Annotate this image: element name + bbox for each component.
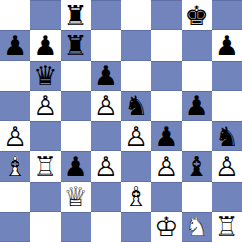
- white-queen[interactable]: ♛♕: [61, 182, 91, 212]
- square-a5[interactable]: [0, 91, 30, 121]
- black-knight[interactable]: ♞: [121, 91, 151, 121]
- black-queen[interactable]: ♛: [30, 61, 60, 91]
- square-g4[interactable]: [182, 121, 212, 151]
- square-f6[interactable]: [151, 61, 181, 91]
- square-b1[interactable]: [30, 212, 60, 242]
- square-h4[interactable]: ♞: [212, 121, 242, 151]
- square-c6[interactable]: [61, 61, 91, 91]
- square-b5[interactable]: ♟♙: [30, 91, 60, 121]
- square-c5[interactable]: [61, 91, 91, 121]
- square-a8[interactable]: [0, 0, 30, 30]
- square-d8[interactable]: [91, 0, 121, 30]
- square-b6[interactable]: ♛: [30, 61, 60, 91]
- black-knight[interactable]: ♞: [212, 121, 242, 151]
- white-king[interactable]: ♚♔: [151, 212, 181, 242]
- black-rook[interactable]: ♜: [61, 0, 91, 30]
- square-d5[interactable]: ♟♙: [91, 91, 121, 121]
- black-king[interactable]: ♚: [182, 0, 212, 30]
- square-f2[interactable]: [151, 182, 181, 212]
- square-g3[interactable]: ♝: [182, 151, 212, 181]
- black-pawn[interactable]: ♟: [91, 61, 121, 91]
- square-e5[interactable]: ♞: [121, 91, 151, 121]
- square-d7[interactable]: [91, 30, 121, 60]
- square-a7[interactable]: ♟: [0, 30, 30, 60]
- square-c2[interactable]: ♛♕: [61, 182, 91, 212]
- square-c8[interactable]: ♜: [61, 0, 91, 30]
- square-g5[interactable]: ♟: [182, 91, 212, 121]
- square-b8[interactable]: [30, 0, 60, 30]
- white-pawn[interactable]: ♟♙: [151, 151, 181, 181]
- square-f5[interactable]: [151, 91, 181, 121]
- square-e7[interactable]: [121, 30, 151, 60]
- square-h2[interactable]: [212, 182, 242, 212]
- square-g8[interactable]: ♚: [182, 0, 212, 30]
- square-b4[interactable]: [30, 121, 60, 151]
- square-g1[interactable]: ♞♘: [182, 212, 212, 242]
- square-g2[interactable]: [182, 182, 212, 212]
- square-e3[interactable]: [121, 151, 151, 181]
- white-bishop[interactable]: ♝♗: [121, 182, 151, 212]
- square-d3[interactable]: ♟♙: [91, 151, 121, 181]
- square-e4[interactable]: ♟♙: [121, 121, 151, 151]
- square-g7[interactable]: [182, 30, 212, 60]
- chess-board: ♜♚♟♟♜♟♛♟♟♙♟♙♞♟♟♙♟♙♟♞♝♗♜♖♟♟♙♟♙♝♟♙♛♕♝♗♚♔♞♘…: [0, 0, 242, 242]
- square-a4[interactable]: ♟♙: [0, 121, 30, 151]
- square-f1[interactable]: ♚♔: [151, 212, 181, 242]
- black-pawn[interactable]: ♟: [212, 30, 242, 60]
- square-e1[interactable]: [121, 212, 151, 242]
- white-pawn[interactable]: ♟♙: [0, 121, 30, 151]
- white-pawn[interactable]: ♟♙: [30, 91, 60, 121]
- square-d6[interactable]: ♟: [91, 61, 121, 91]
- square-d4[interactable]: [91, 121, 121, 151]
- black-bishop[interactable]: ♝: [182, 151, 212, 181]
- square-h1[interactable]: ♜♖: [212, 212, 242, 242]
- white-pawn[interactable]: ♟♙: [212, 151, 242, 181]
- square-a6[interactable]: [0, 61, 30, 91]
- square-c3[interactable]: ♟: [61, 151, 91, 181]
- square-d2[interactable]: [91, 182, 121, 212]
- white-rook[interactable]: ♜♖: [212, 212, 242, 242]
- black-rook[interactable]: ♜: [61, 30, 91, 60]
- square-c4[interactable]: [61, 121, 91, 151]
- white-rook[interactable]: ♜♖: [30, 151, 60, 181]
- square-b3[interactable]: ♜♖: [30, 151, 60, 181]
- square-f7[interactable]: [151, 30, 181, 60]
- square-h6[interactable]: [212, 61, 242, 91]
- white-pawn[interactable]: ♟♙: [91, 151, 121, 181]
- square-h3[interactable]: ♟♙: [212, 151, 242, 181]
- square-h5[interactable]: [212, 91, 242, 121]
- square-c1[interactable]: [61, 212, 91, 242]
- square-b2[interactable]: [30, 182, 60, 212]
- black-pawn[interactable]: ♟: [61, 151, 91, 181]
- square-f8[interactable]: [151, 0, 181, 30]
- square-a2[interactable]: [0, 182, 30, 212]
- black-pawn[interactable]: ♟: [182, 91, 212, 121]
- square-d1[interactable]: [91, 212, 121, 242]
- white-bishop[interactable]: ♝♗: [0, 151, 30, 181]
- square-f3[interactable]: ♟♙: [151, 151, 181, 181]
- black-pawn[interactable]: ♟: [151, 121, 181, 151]
- square-e2[interactable]: ♝♗: [121, 182, 151, 212]
- square-f4[interactable]: ♟: [151, 121, 181, 151]
- square-a1[interactable]: [0, 212, 30, 242]
- square-a3[interactable]: ♝♗: [0, 151, 30, 181]
- square-c7[interactable]: ♜: [61, 30, 91, 60]
- white-knight[interactable]: ♞♘: [182, 212, 212, 242]
- square-h8[interactable]: [212, 0, 242, 30]
- square-b7[interactable]: ♟: [30, 30, 60, 60]
- white-pawn[interactable]: ♟♙: [91, 91, 121, 121]
- white-pawn[interactable]: ♟♙: [121, 121, 151, 151]
- square-g6[interactable]: [182, 61, 212, 91]
- black-pawn[interactable]: ♟: [0, 30, 30, 60]
- square-e8[interactable]: [121, 0, 151, 30]
- black-pawn[interactable]: ♟: [30, 30, 60, 60]
- square-e6[interactable]: [121, 61, 151, 91]
- square-h7[interactable]: ♟: [212, 30, 242, 60]
